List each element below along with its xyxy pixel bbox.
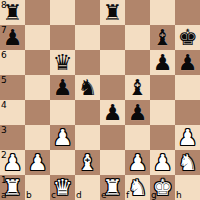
square-c3[interactable]: ♟ [50, 125, 75, 150]
square-c7[interactable] [50, 25, 75, 50]
square-h2[interactable]: ♞ [175, 150, 200, 175]
rank-label-3: 3 [1, 125, 7, 135]
piece-white-bishop-d2[interactable]: ♝ [75, 150, 100, 175]
square-d6[interactable] [75, 50, 100, 75]
square-b4[interactable] [25, 100, 50, 125]
square-b8[interactable] [25, 0, 50, 25]
square-b1[interactable]: b [25, 175, 50, 200]
piece-black-pawn-g6[interactable]: ♟ [150, 50, 175, 75]
square-f6[interactable] [125, 50, 150, 75]
rank-label-2: 2 [1, 150, 7, 160]
square-e7[interactable] [100, 25, 125, 50]
square-a6[interactable]: 6 [0, 50, 25, 75]
square-b3[interactable] [25, 125, 50, 150]
square-g8[interactable] [150, 0, 175, 25]
square-g7[interactable]: ♝ [150, 25, 175, 50]
file-label-e: e [101, 191, 107, 200]
square-b6[interactable] [25, 50, 50, 75]
square-e5[interactable] [100, 75, 125, 100]
square-b7[interactable] [25, 25, 50, 50]
square-c5[interactable]: ♟ [50, 75, 75, 100]
rank-label-5: 5 [1, 75, 7, 85]
piece-white-pawn-c3[interactable]: ♟ [50, 125, 75, 150]
piece-black-knight-d5[interactable]: ♞ [75, 75, 100, 100]
square-c1[interactable]: c♛ [50, 175, 75, 200]
square-e8[interactable]: ♜ [100, 0, 125, 25]
rank-label-8: 8 [1, 0, 7, 10]
square-f7[interactable] [125, 25, 150, 50]
piece-white-pawn-g2[interactable]: ♟ [150, 150, 175, 175]
square-d8[interactable] [75, 0, 100, 25]
rank-label-4: 4 [1, 100, 7, 110]
piece-black-pawn-f4[interactable]: ♟ [125, 100, 150, 125]
square-g4[interactable] [150, 100, 175, 125]
square-a4[interactable]: 4 [0, 100, 25, 125]
square-c8[interactable] [50, 0, 75, 25]
square-h4[interactable] [175, 100, 200, 125]
square-e2[interactable] [100, 150, 125, 175]
piece-black-king-h7[interactable]: ♚ [175, 25, 200, 50]
square-e6[interactable] [100, 50, 125, 75]
square-d4[interactable] [75, 100, 100, 125]
piece-black-pawn-c5[interactable]: ♟ [50, 75, 75, 100]
square-c4[interactable] [50, 100, 75, 125]
square-f2[interactable]: ♟ [125, 150, 150, 175]
square-d2[interactable]: ♝ [75, 150, 100, 175]
file-label-f: f [126, 191, 129, 200]
square-f5[interactable]: ♝ [125, 75, 150, 100]
square-e4[interactable]: ♟ [100, 100, 125, 125]
square-f4[interactable]: ♟ [125, 100, 150, 125]
file-label-b: b [26, 191, 32, 200]
square-d7[interactable] [75, 25, 100, 50]
square-g2[interactable]: ♟ [150, 150, 175, 175]
piece-black-bishop-f5[interactable]: ♝ [125, 75, 150, 100]
square-h6[interactable]: ♟ [175, 50, 200, 75]
piece-black-queen-c6[interactable]: ♛ [50, 50, 75, 75]
square-h8[interactable] [175, 0, 200, 25]
square-g3[interactable] [150, 125, 175, 150]
rank-label-1: 1 [1, 175, 7, 185]
rank-label-7: 7 [1, 25, 7, 35]
chess-board: 8♜♜7♟♝♚6♛♟♟5♟♞♝4♟♟3♟♟2♟♟♝♟♟♞1a♜bc♛de♜f♞g… [0, 0, 200, 200]
file-label-h: h [176, 191, 182, 200]
square-b2[interactable]: ♟ [25, 150, 50, 175]
piece-white-pawn-h3[interactable]: ♟ [175, 125, 200, 150]
piece-black-pawn-e4[interactable]: ♟ [100, 100, 125, 125]
piece-black-pawn-h6[interactable]: ♟ [175, 50, 200, 75]
square-f8[interactable] [125, 0, 150, 25]
square-a3[interactable]: 3 [0, 125, 25, 150]
square-c6[interactable]: ♛ [50, 50, 75, 75]
square-g1[interactable]: g♚ [150, 175, 175, 200]
piece-black-bishop-g7[interactable]: ♝ [150, 25, 175, 50]
file-label-d: d [76, 191, 82, 200]
square-b5[interactable] [25, 75, 50, 100]
square-a5[interactable]: 5 [0, 75, 25, 100]
square-d3[interactable] [75, 125, 100, 150]
square-g5[interactable] [150, 75, 175, 100]
piece-white-pawn-b2[interactable]: ♟ [25, 150, 50, 175]
square-a1[interactable]: 1a♜ [0, 175, 25, 200]
file-label-c: c [51, 191, 56, 200]
file-label-a: a [1, 191, 7, 200]
square-h1[interactable]: h [175, 175, 200, 200]
square-d1[interactable]: d [75, 175, 100, 200]
square-h7[interactable]: ♚ [175, 25, 200, 50]
piece-white-knight-h2[interactable]: ♞ [175, 150, 200, 175]
square-h5[interactable] [175, 75, 200, 100]
square-a2[interactable]: 2♟ [0, 150, 25, 175]
piece-black-rook-e8[interactable]: ♜ [100, 0, 125, 25]
square-f3[interactable] [125, 125, 150, 150]
square-e3[interactable] [100, 125, 125, 150]
square-f1[interactable]: f♞ [125, 175, 150, 200]
square-h3[interactable]: ♟ [175, 125, 200, 150]
piece-white-pawn-f2[interactable]: ♟ [125, 150, 150, 175]
square-e1[interactable]: e♜ [100, 175, 125, 200]
square-g6[interactable]: ♟ [150, 50, 175, 75]
square-d5[interactable]: ♞ [75, 75, 100, 100]
file-label-g: g [151, 191, 157, 200]
square-c2[interactable] [50, 150, 75, 175]
rank-label-6: 6 [1, 50, 7, 60]
square-a7[interactable]: 7♟ [0, 25, 25, 50]
square-a8[interactable]: 8♜ [0, 0, 25, 25]
